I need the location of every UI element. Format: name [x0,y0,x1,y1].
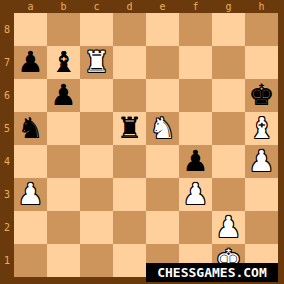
square-a6 [14,79,47,112]
square-a2 [14,211,47,244]
square-h8 [245,13,278,46]
square-f6 [179,79,212,112]
square-d3 [113,178,146,211]
square-e8 [146,13,179,46]
square-g8 [212,13,245,46]
square-h4: ♟ [245,145,278,178]
square-d2 [113,211,146,244]
rank-label-5: 5 [0,112,14,145]
white-knight: ♞ [146,112,179,145]
black-pawn: ♟ [47,79,80,112]
file-label-b: b [47,0,80,13]
square-e4 [146,145,179,178]
brand-text: CHESSGAMES.COM [157,265,267,280]
square-c2 [80,211,113,244]
square-c8 [80,13,113,46]
square-g7 [212,46,245,79]
square-d1 [113,244,146,277]
square-h2 [245,211,278,244]
chess-board: ♟♝♜♟♚♞♜♞♝♟♟♟♟♟♚ [14,13,278,277]
square-g5 [212,112,245,145]
black-knight: ♞ [14,112,47,145]
square-f5 [179,112,212,145]
rank-label-3: 3 [0,178,14,211]
square-d5: ♜ [113,112,146,145]
black-rook: ♜ [113,112,146,145]
square-f4: ♟ [179,145,212,178]
square-c6 [80,79,113,112]
square-b4 [47,145,80,178]
square-a5: ♞ [14,112,47,145]
square-b1 [47,244,80,277]
black-bishop: ♝ [47,46,80,79]
file-label-d: d [113,0,146,13]
black-pawn: ♟ [179,145,212,178]
square-d7 [113,46,146,79]
square-c3 [80,178,113,211]
square-c5 [80,112,113,145]
file-label-g: g [212,0,245,13]
square-b8 [47,13,80,46]
square-f2 [179,211,212,244]
square-b7: ♝ [47,46,80,79]
square-d6 [113,79,146,112]
brand-strip: CHESSGAMES.COM [146,263,278,282]
square-f7 [179,46,212,79]
square-b6: ♟ [47,79,80,112]
square-g3 [212,178,245,211]
file-labels: abcdefgh [14,0,278,13]
square-a1 [14,244,47,277]
file-label-e: e [146,0,179,13]
rank-label-1: 1 [0,244,14,277]
square-g4 [212,145,245,178]
square-d8 [113,13,146,46]
rank-labels: 87654321 [0,13,14,277]
square-a8 [14,13,47,46]
black-king: ♚ [245,79,278,112]
square-b3 [47,178,80,211]
square-g6 [212,79,245,112]
black-pawn: ♟ [14,46,47,79]
white-pawn: ♟ [245,145,278,178]
square-d4 [113,145,146,178]
rank-label-6: 6 [0,79,14,112]
square-h5: ♝ [245,112,278,145]
square-a7: ♟ [14,46,47,79]
square-g2: ♟ [212,211,245,244]
square-a4 [14,145,47,178]
square-e3 [146,178,179,211]
square-c7: ♜ [80,46,113,79]
white-pawn: ♟ [212,211,245,244]
white-pawn: ♟ [179,178,212,211]
file-label-h: h [245,0,278,13]
square-b5 [47,112,80,145]
square-h7 [245,46,278,79]
white-pawn: ♟ [14,178,47,211]
rank-label-7: 7 [0,46,14,79]
square-c1 [80,244,113,277]
square-a3: ♟ [14,178,47,211]
chess-diagram: abcdefgh 87654321 ♟♝♜♟♚♞♜♞♝♟♟♟♟♟♚ CHESSG… [0,0,284,284]
square-h3 [245,178,278,211]
rank-label-8: 8 [0,13,14,46]
white-bishop: ♝ [245,112,278,145]
square-f8 [179,13,212,46]
square-c4 [80,145,113,178]
square-h6: ♚ [245,79,278,112]
square-e7 [146,46,179,79]
file-label-a: a [14,0,47,13]
square-b2 [47,211,80,244]
file-label-f: f [179,0,212,13]
square-e6 [146,79,179,112]
rank-label-4: 4 [0,145,14,178]
white-rook: ♜ [80,46,113,79]
square-f3: ♟ [179,178,212,211]
rank-label-2: 2 [0,211,14,244]
file-label-c: c [80,0,113,13]
square-e5: ♞ [146,112,179,145]
square-e2 [146,211,179,244]
